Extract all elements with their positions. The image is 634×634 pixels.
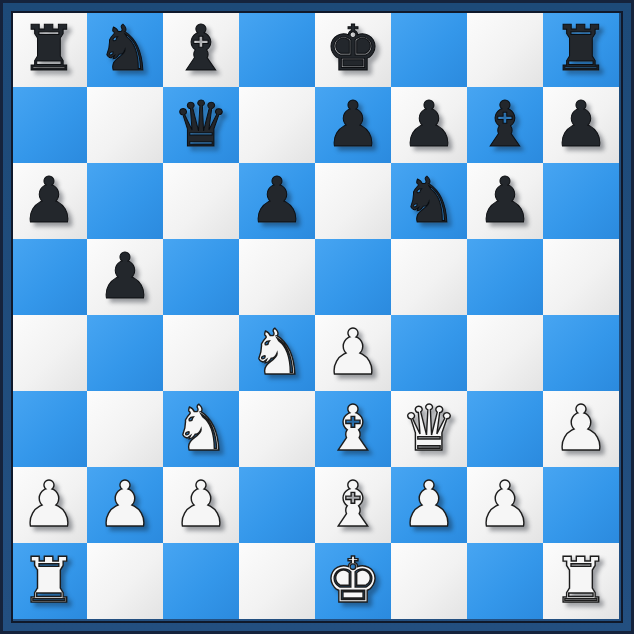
piece-white-pawn-b2[interactable]: ♟ [97,467,153,543]
square-d5[interactable] [239,239,315,315]
chess-board-frame: ♜♞♝♚♜♛♟♟♝♟♟♟♞♟♟♞♟♞♝♛♟♟♟♟♝♟♟♜♚♜ [0,0,634,634]
piece-black-bishop-g7[interactable]: ♝ [477,87,533,163]
square-d1[interactable] [239,543,315,619]
square-d4[interactable]: ♞ [239,315,315,391]
square-a7[interactable] [11,87,87,163]
square-a3[interactable] [11,391,87,467]
square-b7[interactable] [87,87,163,163]
piece-black-pawn-h7[interactable]: ♟ [553,87,609,163]
piece-black-rook-a8[interactable]: ♜ [21,11,77,87]
square-h4[interactable] [543,315,619,391]
square-d8[interactable] [239,11,315,87]
piece-white-knight-d4[interactable]: ♞ [249,315,305,391]
square-c1[interactable] [163,543,239,619]
piece-white-queen-f3[interactable]: ♛ [401,391,457,467]
square-c4[interactable] [163,315,239,391]
piece-white-bishop-e2[interactable]: ♝ [325,467,381,543]
piece-black-pawn-b5[interactable]: ♟ [97,239,153,315]
square-g7[interactable]: ♝ [467,87,543,163]
piece-white-pawn-c2[interactable]: ♟ [173,467,229,543]
piece-white-rook-h1[interactable]: ♜ [553,543,609,619]
square-e1[interactable]: ♚ [315,543,391,619]
piece-white-knight-c3[interactable]: ♞ [173,391,229,467]
square-a5[interactable] [11,239,87,315]
square-g2[interactable]: ♟ [467,467,543,543]
square-f7[interactable]: ♟ [391,87,467,163]
square-a4[interactable] [11,315,87,391]
piece-white-king-e1[interactable]: ♚ [325,543,381,619]
piece-white-pawn-g2[interactable]: ♟ [477,467,533,543]
square-f5[interactable] [391,239,467,315]
piece-white-bishop-e3[interactable]: ♝ [325,391,381,467]
square-d2[interactable] [239,467,315,543]
square-f2[interactable]: ♟ [391,467,467,543]
square-f8[interactable] [391,11,467,87]
square-f6[interactable]: ♞ [391,163,467,239]
piece-black-queen-c7[interactable]: ♛ [173,87,229,163]
square-c5[interactable] [163,239,239,315]
piece-black-rook-h8[interactable]: ♜ [553,11,609,87]
square-a6[interactable]: ♟ [11,163,87,239]
square-c8[interactable]: ♝ [163,11,239,87]
square-c3[interactable]: ♞ [163,391,239,467]
square-b3[interactable] [87,391,163,467]
piece-white-pawn-e4[interactable]: ♟ [325,315,381,391]
square-h7[interactable]: ♟ [543,87,619,163]
square-g3[interactable] [467,391,543,467]
piece-white-rook-a1[interactable]: ♜ [21,543,77,619]
piece-black-pawn-g6[interactable]: ♟ [477,163,533,239]
square-g1[interactable] [467,543,543,619]
square-d3[interactable] [239,391,315,467]
square-g8[interactable] [467,11,543,87]
square-h5[interactable] [543,239,619,315]
square-b1[interactable] [87,543,163,619]
square-c7[interactable]: ♛ [163,87,239,163]
piece-black-bishop-c8[interactable]: ♝ [173,11,229,87]
piece-black-knight-b8[interactable]: ♞ [97,11,153,87]
piece-white-pawn-a2[interactable]: ♟ [21,467,77,543]
square-b2[interactable]: ♟ [87,467,163,543]
square-e4[interactable]: ♟ [315,315,391,391]
square-g5[interactable] [467,239,543,315]
square-e8[interactable]: ♚ [315,11,391,87]
square-h6[interactable] [543,163,619,239]
square-b4[interactable] [87,315,163,391]
square-a1[interactable]: ♜ [11,543,87,619]
piece-black-king-e8[interactable]: ♚ [325,11,381,87]
square-h3[interactable]: ♟ [543,391,619,467]
piece-black-pawn-d6[interactable]: ♟ [249,163,305,239]
square-h2[interactable] [543,467,619,543]
square-e2[interactable]: ♝ [315,467,391,543]
square-f1[interactable] [391,543,467,619]
square-f3[interactable]: ♛ [391,391,467,467]
square-f4[interactable] [391,315,467,391]
square-b5[interactable]: ♟ [87,239,163,315]
square-h1[interactable]: ♜ [543,543,619,619]
chess-board: ♜♞♝♚♜♛♟♟♝♟♟♟♞♟♟♞♟♞♝♛♟♟♟♟♝♟♟♜♚♜ [11,11,619,619]
square-b8[interactable]: ♞ [87,11,163,87]
square-d6[interactable]: ♟ [239,163,315,239]
square-e5[interactable] [315,239,391,315]
square-e3[interactable]: ♝ [315,391,391,467]
square-g6[interactable]: ♟ [467,163,543,239]
square-h8[interactable]: ♜ [543,11,619,87]
piece-black-pawn-a6[interactable]: ♟ [21,163,77,239]
square-c6[interactable] [163,163,239,239]
piece-black-pawn-f7[interactable]: ♟ [401,87,457,163]
square-e7[interactable]: ♟ [315,87,391,163]
square-e6[interactable] [315,163,391,239]
square-b6[interactable] [87,163,163,239]
square-c2[interactable]: ♟ [163,467,239,543]
square-a2[interactable]: ♟ [11,467,87,543]
piece-white-pawn-f2[interactable]: ♟ [401,467,457,543]
piece-black-knight-f6[interactable]: ♞ [401,163,457,239]
square-d7[interactable] [239,87,315,163]
piece-black-pawn-e7[interactable]: ♟ [325,87,381,163]
square-a8[interactable]: ♜ [11,11,87,87]
piece-white-pawn-h3[interactable]: ♟ [553,391,609,467]
square-g4[interactable] [467,315,543,391]
